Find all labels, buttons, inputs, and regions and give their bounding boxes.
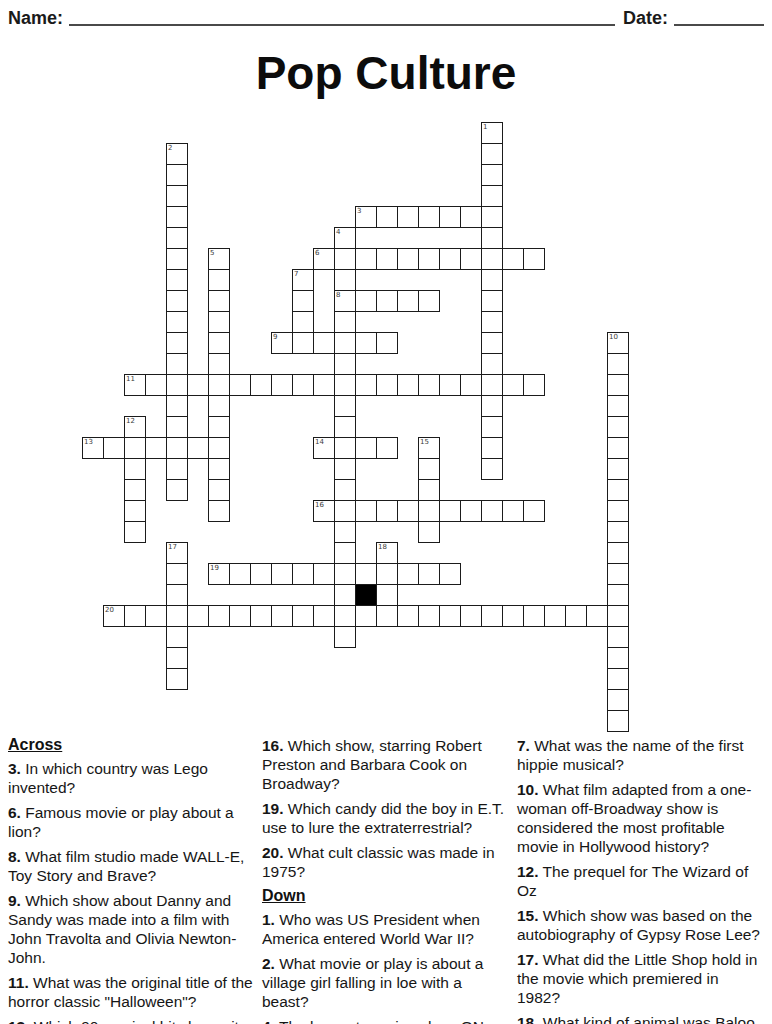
name-input-line[interactable] xyxy=(69,6,615,26)
grid-cell-r21-c15[interactable] xyxy=(397,563,419,585)
clue-9: 9. Which show about Danny and Sandy was … xyxy=(8,891,255,967)
grid-cell-r15-c2[interactable] xyxy=(124,437,146,459)
grid-cell-r6-c16[interactable] xyxy=(418,248,440,270)
grid-cell-r5-c19[interactable] xyxy=(481,227,503,249)
grid-cell-r12-c17[interactable] xyxy=(439,374,461,396)
grid-cell-r14-c19[interactable] xyxy=(481,416,503,438)
grid-cell-r23-c9[interactable] xyxy=(271,605,293,627)
clue-number: 1. xyxy=(262,911,275,928)
grid-cell-r23-c6[interactable] xyxy=(208,605,230,627)
grid-cell-r11-c25[interactable] xyxy=(607,353,629,375)
grid-cell-r16-c16[interactable] xyxy=(418,458,440,480)
clue-number: 7. xyxy=(517,737,530,754)
cell-number-5: 5 xyxy=(210,249,214,258)
grid-cell-r15-c25[interactable] xyxy=(607,437,629,459)
grid-cell-r12-c14[interactable] xyxy=(376,374,398,396)
cell-number-4: 4 xyxy=(336,228,340,237)
worksheet-header: Name: Date: xyxy=(8,6,764,29)
cell-number-7: 7 xyxy=(294,270,298,279)
cell-number-13: 13 xyxy=(84,438,93,447)
grid-cell-r8-c6[interactable] xyxy=(208,290,230,312)
grid-cell-r21-c11[interactable] xyxy=(313,563,335,585)
clue-column-2: 16. Which show, starring Robert Preston … xyxy=(262,736,509,1024)
grid-cell-r23-c8[interactable] xyxy=(250,605,272,627)
grid-cell-r20-c12[interactable] xyxy=(334,542,356,564)
grid-cell-r21-c14[interactable] xyxy=(376,563,398,585)
grid-cell-r24-c25[interactable] xyxy=(607,626,629,648)
clue-20: 20. What cult classic was made in 1975? xyxy=(262,843,509,881)
cell-number-14: 14 xyxy=(315,438,324,447)
cell-number-2: 2 xyxy=(168,144,172,153)
cell-number-16: 16 xyxy=(315,501,324,510)
grid-cell-r22-c25[interactable] xyxy=(607,584,629,606)
grid-cell-r28-c25[interactable] xyxy=(607,710,629,732)
grid-cell-r4-c16[interactable] xyxy=(418,206,440,228)
grid-cell-r6-c18[interactable] xyxy=(460,248,482,270)
cell-number-3: 3 xyxy=(357,207,361,216)
grid-cell-r6-c21[interactable] xyxy=(523,248,545,270)
grid-cell-r12-c25[interactable] xyxy=(607,374,629,396)
grid-cell-r21-c16[interactable] xyxy=(418,563,440,585)
grid-cell-r3-c4[interactable] xyxy=(166,185,188,207)
grid-cell-r10-c19[interactable] xyxy=(481,332,503,354)
clue-number: 17. xyxy=(517,951,539,968)
grid-cell-r4-c18[interactable] xyxy=(460,206,482,228)
grid-cell-r7-c10[interactable]: 7 xyxy=(292,269,314,291)
grid-cell-r12-c3[interactable] xyxy=(145,374,167,396)
grid-cell-r12-c8[interactable] xyxy=(250,374,272,396)
grid-cell-r20-c25[interactable] xyxy=(607,542,629,564)
grid-cell-r6-c11[interactable]: 6 xyxy=(313,248,335,270)
grid-cell-r6-c12[interactable] xyxy=(334,248,356,270)
grid-cell-r2-c4[interactable] xyxy=(166,164,188,186)
grid-cell-r10-c9[interactable]: 9 xyxy=(271,332,293,354)
grid-cell-r12-c15[interactable] xyxy=(397,374,419,396)
grid-cell-r18-c6[interactable] xyxy=(208,500,230,522)
grid-cell-r24-c12[interactable] xyxy=(334,626,356,648)
grid-cell-r23-c5[interactable] xyxy=(187,605,209,627)
cell-number-17: 17 xyxy=(168,543,177,552)
clue-4: 4. The longest running show ON BROADWAY … xyxy=(262,1017,509,1024)
grid-cell-r18-c20[interactable] xyxy=(502,500,524,522)
cell-number-9: 9 xyxy=(273,333,277,342)
worksheet-page: Name: Date: Pop Culture 1234567891011121… xyxy=(0,0,772,1024)
grid-cell-r17-c2[interactable] xyxy=(124,479,146,501)
grid-cell-r17-c4[interactable] xyxy=(166,479,188,501)
grid-cell-r14-c12[interactable] xyxy=(334,416,356,438)
grid-cell-r14-c6[interactable] xyxy=(208,416,230,438)
grid-cell-r7-c19[interactable] xyxy=(481,269,503,291)
clue-18: 18. What kind of animal was Baloo in The… xyxy=(517,1013,764,1024)
grid-cell-r10-c11[interactable] xyxy=(313,332,335,354)
grid-cell-r12-c21[interactable] xyxy=(523,374,545,396)
grid-cell-r6-c6[interactable]: 5 xyxy=(208,248,230,270)
clue-6: 6. Famous movie or play about a lion? xyxy=(8,803,255,841)
grid-cell-r6-c15[interactable] xyxy=(397,248,419,270)
grid-cell-r18-c16[interactable] xyxy=(418,500,440,522)
grid-cell-r9-c12[interactable] xyxy=(334,311,356,333)
grid-cell-r9-c10[interactable] xyxy=(292,311,314,333)
grid-cell-r15-c19[interactable] xyxy=(481,437,503,459)
grid-cell-r23-c19[interactable] xyxy=(481,605,503,627)
grid-cell-r19-c12[interactable] xyxy=(334,521,356,543)
grid-cell-r5-c4[interactable] xyxy=(166,227,188,249)
grid-cell-r18-c14[interactable] xyxy=(376,500,398,522)
grid-cell-r18-c17[interactable] xyxy=(439,500,461,522)
clue-number: 8. xyxy=(8,848,21,865)
grid-cell-r7-c4[interactable] xyxy=(166,269,188,291)
grid-cell-r10-c13[interactable] xyxy=(355,332,377,354)
grid-cell-r12-c19[interactable] xyxy=(481,374,503,396)
grid-cell-r22-c14[interactable] xyxy=(376,584,398,606)
grid-cell-r9-c4[interactable] xyxy=(166,311,188,333)
clue-10: 10. What film adapted from a one-woman o… xyxy=(517,780,764,856)
page-title: Pop Culture xyxy=(0,46,772,100)
grid-cell-r12-c6[interactable] xyxy=(208,374,230,396)
date-label: Date: xyxy=(623,8,668,29)
grid-cell-r11-c4[interactable] xyxy=(166,353,188,375)
grid-cell-r14-c25[interactable] xyxy=(607,416,629,438)
clue-7: 7. What was the name of the first hippie… xyxy=(517,736,764,774)
across-section-header: Across xyxy=(8,736,255,754)
grid-cell-r25-c25[interactable] xyxy=(607,647,629,669)
grid-cell-r7-c12[interactable] xyxy=(334,269,356,291)
grid-cell-r26-c25[interactable] xyxy=(607,668,629,690)
grid-cell-r4-c19[interactable] xyxy=(481,206,503,228)
grid-cell-r12-c10[interactable] xyxy=(292,374,314,396)
grid-cell-r11-c12[interactable] xyxy=(334,353,356,375)
clue-12: 12. The prequel for The Wizard of Oz xyxy=(517,862,764,900)
grid-cell-r2-c19[interactable] xyxy=(481,164,503,186)
grid-cell-r4-c13[interactable]: 3 xyxy=(355,206,377,228)
grid-cell-r23-c12[interactable] xyxy=(334,605,356,627)
grid-cell-r21-c6[interactable]: 19 xyxy=(208,563,230,585)
grid-cell-r15-c6[interactable] xyxy=(208,437,230,459)
grid-cell-r9-c6[interactable] xyxy=(208,311,230,333)
grid-cell-r25-c4[interactable] xyxy=(166,647,188,669)
grid-cell-r23-c3[interactable] xyxy=(145,605,167,627)
name-label: Name: xyxy=(8,8,63,29)
grid-cell-r22-c12[interactable] xyxy=(334,584,356,606)
grid-cell-r24-c4[interactable] xyxy=(166,626,188,648)
grid-cell-r3-c19[interactable] xyxy=(481,185,503,207)
clue-number: 12. xyxy=(517,863,539,880)
clue-13: 13. Which 90s revival hit shares its nam… xyxy=(8,1017,255,1024)
grid-cell-r15-c1[interactable] xyxy=(103,437,125,459)
grid-cell-r5-c12[interactable]: 4 xyxy=(334,227,356,249)
grid-cell-r23-c10[interactable] xyxy=(292,605,314,627)
grid-cell-r10-c12[interactable] xyxy=(334,332,356,354)
grid-cell-r18-c21[interactable] xyxy=(523,500,545,522)
grid-cell-r15-c16[interactable]: 15 xyxy=(418,437,440,459)
clue-1: 1. Who was US President when America ent… xyxy=(262,910,509,948)
grid-cell-r8-c19[interactable] xyxy=(481,290,503,312)
grid-cell-r23-c17[interactable] xyxy=(439,605,461,627)
grid-cell-r6-c13[interactable] xyxy=(355,248,377,270)
grid-cell-r17-c16[interactable] xyxy=(418,479,440,501)
grid-cell-r12-c5[interactable] xyxy=(187,374,209,396)
grid-cell-r23-c25[interactable] xyxy=(607,605,629,627)
grid-cell-r21-c7[interactable] xyxy=(229,563,251,585)
clue-number: 4. xyxy=(262,1018,275,1024)
grid-cell-r23-c13[interactable] xyxy=(355,605,377,627)
clue-number: 18. xyxy=(517,1014,539,1024)
clue-number: 3. xyxy=(8,760,21,777)
down-section-header: Down xyxy=(262,887,509,905)
grid-cell-r18-c25[interactable] xyxy=(607,500,629,522)
grid-cell-r12-c11[interactable] xyxy=(313,374,335,396)
grid-cell-r23-c23[interactable] xyxy=(565,605,587,627)
black-cell xyxy=(355,584,377,606)
grid-cell-r12-c16[interactable] xyxy=(418,374,440,396)
grid-cell-r23-c21[interactable] xyxy=(523,605,545,627)
clue-number: 11. xyxy=(8,974,29,991)
grid-cell-r15-c5[interactable] xyxy=(187,437,209,459)
grid-cell-r21-c10[interactable] xyxy=(292,563,314,585)
grid-cell-r21-c8[interactable] xyxy=(250,563,272,585)
crossword-grid: 1234567891011121314151617181920 xyxy=(82,122,630,734)
clue-15: 15. Which show was based on the autobiog… xyxy=(517,906,764,944)
cell-number-15: 15 xyxy=(420,438,429,447)
grid-cell-r15-c0[interactable]: 13 xyxy=(82,437,104,459)
grid-cell-r23-c7[interactable] xyxy=(229,605,251,627)
grid-cell-r6-c14[interactable] xyxy=(376,248,398,270)
grid-cell-r16-c25[interactable] xyxy=(607,458,629,480)
grid-cell-r10-c14[interactable] xyxy=(376,332,398,354)
grid-cell-r0-c19[interactable]: 1 xyxy=(481,122,503,144)
grid-cell-r18-c2[interactable] xyxy=(124,500,146,522)
grid-cell-r15-c14[interactable] xyxy=(376,437,398,459)
grid-cell-r21-c25[interactable] xyxy=(607,563,629,585)
grid-cell-r20-c14[interactable]: 18 xyxy=(376,542,398,564)
grid-cell-r16-c4[interactable] xyxy=(166,458,188,480)
grid-cell-r16-c19[interactable] xyxy=(481,458,503,480)
grid-cell-r17-c25[interactable] xyxy=(607,479,629,501)
grid-cell-r10-c4[interactable] xyxy=(166,332,188,354)
cell-number-6: 6 xyxy=(315,249,319,258)
grid-cell-r17-c12[interactable] xyxy=(334,479,356,501)
grid-cell-r4-c14[interactable] xyxy=(376,206,398,228)
grid-cell-r8-c10[interactable] xyxy=(292,290,314,312)
grid-cell-r23-c18[interactable] xyxy=(460,605,482,627)
clue-column-1: Across3. In which country was Lego inven… xyxy=(8,736,255,1024)
grid-cell-r17-c6[interactable] xyxy=(208,479,230,501)
cell-number-20: 20 xyxy=(105,606,114,615)
grid-cell-r6-c20[interactable] xyxy=(502,248,524,270)
grid-cell-r1-c4[interactable]: 2 xyxy=(166,143,188,165)
grid-cell-r10-c10[interactable] xyxy=(292,332,314,354)
grid-cell-r10-c25[interactable]: 10 xyxy=(607,332,629,354)
clue-number: 2. xyxy=(262,955,275,972)
grid-cell-r12-c20[interactable] xyxy=(502,374,524,396)
clue-3: 3. In which country was Lego invented? xyxy=(8,759,255,797)
clue-number: 16. xyxy=(262,737,284,754)
grid-cell-r8-c16[interactable] xyxy=(418,290,440,312)
cell-number-12: 12 xyxy=(126,417,135,426)
cell-number-19: 19 xyxy=(210,564,219,573)
clue-number: 6. xyxy=(8,804,21,821)
clue-8: 8. What film studio made WALL-E, Toy Sto… xyxy=(8,847,255,885)
clue-number: 20. xyxy=(262,844,284,861)
grid-cell-r16-c6[interactable] xyxy=(208,458,230,480)
grid-cell-r6-c19[interactable] xyxy=(481,248,503,270)
grid-cell-r13-c25[interactable] xyxy=(607,395,629,417)
grid-cell-r18-c13[interactable] xyxy=(355,500,377,522)
grid-cell-r19-c2[interactable] xyxy=(124,521,146,543)
grid-cell-r4-c17[interactable] xyxy=(439,206,461,228)
clue-number: 19. xyxy=(262,800,284,817)
grid-cell-r19-c25[interactable] xyxy=(607,521,629,543)
clue-19: 19. Which candy did the boy in E.T. use … xyxy=(262,799,509,837)
grid-cell-r27-c25[interactable] xyxy=(607,689,629,711)
grid-cell-r12-c2[interactable]: 11 xyxy=(124,374,146,396)
grid-cell-r18-c19[interactable] xyxy=(481,500,503,522)
cell-number-1: 1 xyxy=(483,123,487,132)
grid-cell-r23-c22[interactable] xyxy=(544,605,566,627)
clue-number: 13. xyxy=(8,1018,30,1024)
grid-cell-r15-c12[interactable] xyxy=(334,437,356,459)
grid-cell-r23-c14[interactable] xyxy=(376,605,398,627)
grid-cell-r12-c12[interactable] xyxy=(334,374,356,396)
grid-cell-r6-c4[interactable] xyxy=(166,248,188,270)
grid-cell-r26-c4[interactable] xyxy=(166,668,188,690)
grid-cell-r1-c19[interactable] xyxy=(481,143,503,165)
clue-2: 2. What movie or play is about a village… xyxy=(262,954,509,1011)
grid-cell-r21-c9[interactable] xyxy=(271,563,293,585)
grid-cell-r12-c13[interactable] xyxy=(355,374,377,396)
grid-cell-r8-c13[interactable] xyxy=(355,290,377,312)
grid-cell-r12-c18[interactable] xyxy=(460,374,482,396)
grid-cell-r18-c15[interactable] xyxy=(397,500,419,522)
grid-cell-r23-c24[interactable] xyxy=(586,605,608,627)
grid-cell-r11-c19[interactable] xyxy=(481,353,503,375)
cell-number-18: 18 xyxy=(378,543,387,552)
grid-cell-r18-c11[interactable]: 16 xyxy=(313,500,335,522)
grid-cell-r18-c12[interactable] xyxy=(334,500,356,522)
clue-16: 16. Which show, starring Robert Preston … xyxy=(262,736,509,793)
cell-number-10: 10 xyxy=(609,333,618,342)
grid-cell-r23-c2[interactable] xyxy=(124,605,146,627)
clue-number: 10. xyxy=(517,781,539,798)
grid-cell-r11-c6[interactable] xyxy=(208,353,230,375)
clue-number: 9. xyxy=(8,892,21,909)
grid-cell-r12-c4[interactable] xyxy=(166,374,188,396)
clue-11: 11. What was the original title of the h… xyxy=(8,973,255,1011)
grid-cell-r13-c12[interactable] xyxy=(334,395,356,417)
grid-cell-r23-c11[interactable] xyxy=(313,605,335,627)
grid-cell-r15-c4[interactable] xyxy=(166,437,188,459)
grid-cell-r9-c19[interactable] xyxy=(481,311,503,333)
date-input-line[interactable] xyxy=(674,6,764,26)
grid-cell-r23-c15[interactable] xyxy=(397,605,419,627)
grid-cell-r14-c2[interactable]: 12 xyxy=(124,416,146,438)
grid-cell-r21-c13[interactable] xyxy=(355,563,377,585)
cell-number-11: 11 xyxy=(126,375,135,384)
grid-cell-r8-c14[interactable] xyxy=(376,290,398,312)
grid-cell-r12-c7[interactable] xyxy=(229,374,251,396)
grid-cell-r6-c17[interactable] xyxy=(439,248,461,270)
grid-cell-r23-c20[interactable] xyxy=(502,605,524,627)
grid-cell-r13-c19[interactable] xyxy=(481,395,503,417)
grid-cell-r23-c16[interactable] xyxy=(418,605,440,627)
grid-cell-r16-c12[interactable] xyxy=(334,458,356,480)
grid-cell-r21-c12[interactable] xyxy=(334,563,356,585)
grid-cell-r8-c4[interactable] xyxy=(166,290,188,312)
grid-cell-r10-c6[interactable] xyxy=(208,332,230,354)
grid-cell-r21-c4[interactable] xyxy=(166,563,188,585)
grid-cell-r23-c4[interactable] xyxy=(166,605,188,627)
grid-cell-r8-c15[interactable] xyxy=(397,290,419,312)
cell-number-8: 8 xyxy=(336,291,340,300)
grid-cell-r7-c6[interactable] xyxy=(208,269,230,291)
grid-cell-r12-c9[interactable] xyxy=(271,374,293,396)
clue-column-3: 7. What was the name of the first hippie… xyxy=(517,736,764,1024)
grid-cell-r21-c17[interactable] xyxy=(439,563,461,585)
grid-cell-r18-c18[interactable] xyxy=(460,500,482,522)
grid-cell-r15-c11[interactable]: 14 xyxy=(313,437,335,459)
grid-cell-r14-c4[interactable] xyxy=(166,416,188,438)
grid-cell-r15-c3[interactable] xyxy=(145,437,167,459)
grid-cell-r4-c4[interactable] xyxy=(166,206,188,228)
clue-17: 17. What did the Little Shop hold in the… xyxy=(517,950,764,1007)
grid-cell-r4-c15[interactable] xyxy=(397,206,419,228)
grid-cell-r16-c2[interactable] xyxy=(124,458,146,480)
clue-number: 15. xyxy=(517,907,539,924)
grid-cell-r8-c12[interactable]: 8 xyxy=(334,290,356,312)
grid-cell-r15-c13[interactable] xyxy=(355,437,377,459)
grid-cell-r22-c4[interactable] xyxy=(166,584,188,606)
grid-cell-r13-c4[interactable] xyxy=(166,395,188,417)
grid-cell-r13-c6[interactable] xyxy=(208,395,230,417)
grid-cell-r20-c4[interactable]: 17 xyxy=(166,542,188,564)
grid-cell-r23-c1[interactable]: 20 xyxy=(103,605,125,627)
grid-cell-r19-c16[interactable] xyxy=(418,521,440,543)
